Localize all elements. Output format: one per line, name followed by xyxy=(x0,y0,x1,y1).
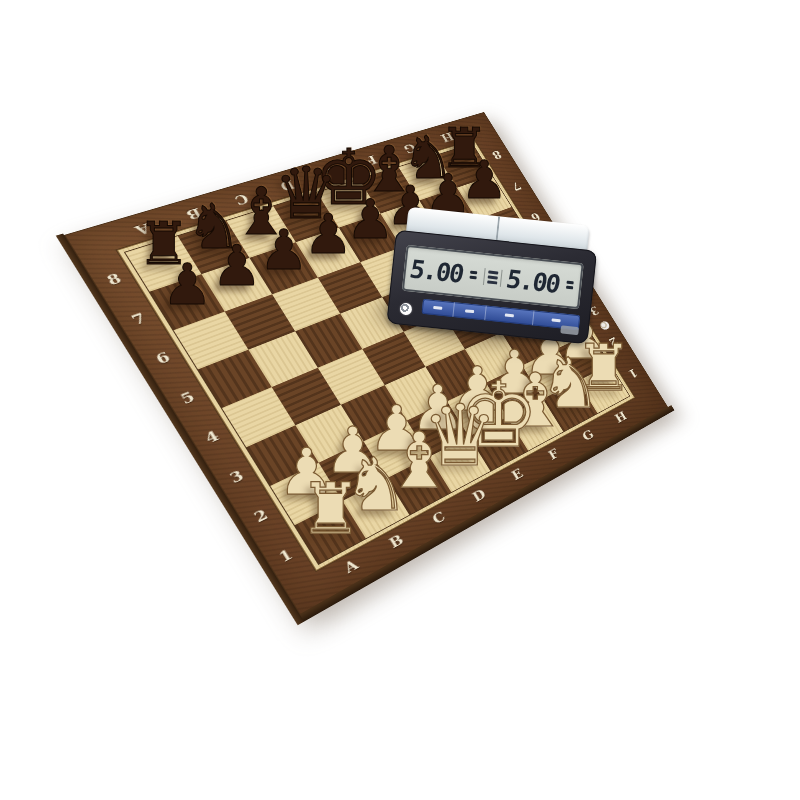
frame-emblem-icon xyxy=(599,320,611,331)
file-label-bottom-H: H xyxy=(612,408,629,425)
clock-button-2[interactable] xyxy=(453,302,486,320)
file-label-top-F: F xyxy=(362,153,379,168)
rank-label-left-2: 2 xyxy=(251,506,272,526)
file-label-bottom-G: G xyxy=(580,426,597,443)
file-label-bottom-F: F xyxy=(546,446,562,463)
rank-label-right-8: 8 xyxy=(489,148,504,162)
rank-label-right-7: 7 xyxy=(509,179,524,193)
file-label-bottom-B: B xyxy=(386,531,407,552)
clock-right-flag-icon xyxy=(566,281,574,290)
clock-left-flag-icon xyxy=(469,271,477,280)
rank-label-left-7: 7 xyxy=(128,309,150,328)
clock-button-3[interactable] xyxy=(485,306,534,326)
file-label-top-E: E xyxy=(321,165,340,181)
clock-left-time: 5.00 xyxy=(407,254,464,288)
clock-button-1[interactable] xyxy=(422,299,455,317)
board-grid xyxy=(125,144,629,564)
chess-clock: 5.00 5.00 xyxy=(386,206,599,344)
clock-brand-logo-icon xyxy=(399,302,412,315)
rank-label-left-4: 4 xyxy=(202,427,223,447)
rank-label-left-8: 8 xyxy=(104,270,126,289)
file-label-top-A: A xyxy=(131,220,153,238)
clock-right-time: 5.00 xyxy=(504,264,561,298)
chess-board: AABBCCDDEEFFGGHH1122334455667788 xyxy=(64,112,668,615)
rank-label-left-5: 5 xyxy=(177,388,198,407)
file-label-top-H: H xyxy=(438,130,457,145)
file-label-bottom-E: E xyxy=(509,465,526,483)
file-label-top-C: C xyxy=(231,191,252,208)
file-label-bottom-A: A xyxy=(341,556,362,577)
clock-center-mode-icon xyxy=(483,268,503,287)
board-inner-border xyxy=(117,139,635,571)
rank-label-left-3: 3 xyxy=(226,466,247,486)
file-label-top-G: G xyxy=(401,141,419,156)
rank-label-left-6: 6 xyxy=(153,348,174,367)
file-label-bottom-D: D xyxy=(470,486,489,505)
scene: AABBCCDDEEFFGGHH1122334455667788 ♜♞♝♛♚♝♞… xyxy=(0,0,800,800)
rank-label-right-2: 2 xyxy=(606,335,621,350)
clock-model-chip xyxy=(560,325,579,335)
file-label-top-D: D xyxy=(276,177,297,194)
file-label-bottom-C: C xyxy=(429,508,448,527)
rank-label-right-1: 1 xyxy=(625,366,639,381)
board-frame: AABBCCDDEEFFGGHH1122334455667788 xyxy=(64,112,668,615)
file-label-top-B: B xyxy=(182,205,204,223)
rank-label-left-1: 1 xyxy=(276,545,297,566)
